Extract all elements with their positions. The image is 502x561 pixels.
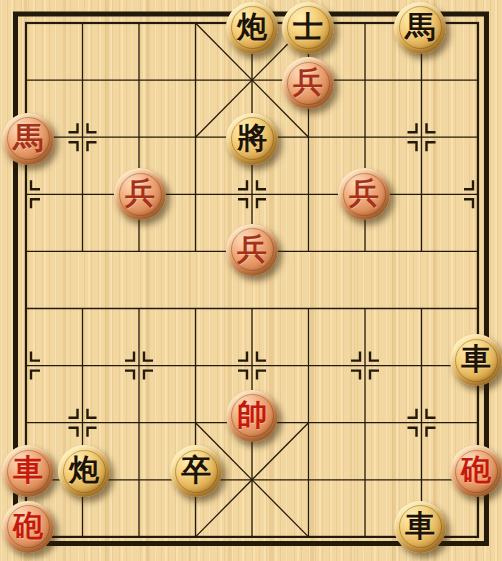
pieces-layer: 炮士馬兵馬將兵兵兵車帥車炮卒砲砲車	[0, 0, 502, 554]
piece-glyph: 炮	[237, 12, 267, 42]
piece-glyph: 車	[13, 455, 43, 485]
piece-a10-red-cannon[interactable]: 砲	[2, 501, 54, 553]
piece-i7-black-chariot[interactable]: 車	[450, 334, 502, 386]
piece-f2-red-soldier[interactable]: 兵	[282, 57, 334, 109]
piece-glyph: 兵	[237, 234, 267, 264]
piece-glyph: 兵	[125, 178, 155, 208]
piece-glyph: 砲	[461, 455, 491, 485]
piece-glyph: 士	[293, 12, 323, 42]
piece-e3-black-general[interactable]: 將	[226, 113, 278, 165]
piece-glyph: 砲	[13, 511, 43, 541]
piece-glyph: 卒	[181, 455, 211, 485]
piece-glyph: 馬	[13, 123, 43, 153]
piece-c4-red-soldier[interactable]: 兵	[114, 168, 166, 220]
xiangqi-board: 炮士馬兵馬將兵兵兵車帥車炮卒砲砲車	[0, 0, 502, 561]
piece-d9-black-soldier[interactable]: 卒	[170, 445, 222, 497]
piece-i9-red-cannon[interactable]: 砲	[450, 445, 502, 497]
piece-glyph: 馬	[405, 12, 435, 42]
piece-g4-red-soldier[interactable]: 兵	[338, 168, 390, 220]
piece-e5-red-soldier[interactable]: 兵	[226, 224, 278, 276]
piece-f1-black-advisor[interactable]: 士	[282, 2, 334, 54]
piece-glyph: 兵	[293, 67, 323, 97]
piece-glyph: 炮	[69, 455, 99, 485]
piece-glyph: 車	[461, 344, 491, 374]
piece-a9-red-chariot[interactable]: 車	[2, 445, 54, 497]
piece-glyph: 將	[237, 123, 267, 153]
piece-e8-red-general[interactable]: 帥	[226, 390, 278, 442]
piece-h10-black-chariot[interactable]: 車	[394, 501, 446, 553]
piece-h1-black-horse[interactable]: 馬	[394, 2, 446, 54]
piece-glyph: 兵	[349, 178, 379, 208]
piece-glyph: 帥	[237, 400, 267, 430]
piece-a3-red-horse[interactable]: 馬	[2, 113, 54, 165]
piece-b9-black-cannon[interactable]: 炮	[58, 445, 110, 497]
piece-e1-black-cannon[interactable]: 炮	[226, 2, 278, 54]
piece-glyph: 車	[405, 511, 435, 541]
